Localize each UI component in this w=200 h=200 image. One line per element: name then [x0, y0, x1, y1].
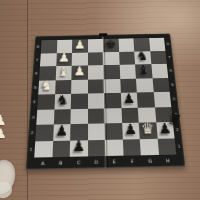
square-g1[interactable] [140, 138, 159, 155]
file-label-C: C [70, 160, 88, 166]
square-e3[interactable] [104, 108, 121, 124]
piece-white-bishop-b6[interactable]: ♝ [55, 64, 71, 78]
square-d1[interactable] [87, 139, 105, 156]
square-d5[interactable] [88, 79, 104, 94]
file-label-E: E [105, 159, 123, 165]
rank-label-right-4: 4 [170, 92, 179, 107]
piece-black-pawn-f2[interactable]: ♟ [122, 121, 140, 137]
piece-black-knight-b4[interactable]: ♞ [54, 92, 71, 107]
square-d8[interactable] [88, 39, 104, 52]
square-a1[interactable] [34, 140, 52, 157]
piece-black-bishop-g6[interactable]: ♝ [135, 62, 152, 76]
square-e7[interactable] [103, 52, 119, 66]
rank-label-left-1: 1 [27, 141, 36, 158]
square-f7[interactable] [119, 51, 135, 65]
piece-white-pawn-c8[interactable]: ♟ [72, 38, 88, 51]
piece-white-pawn-b7[interactable]: ♟ [56, 51, 72, 65]
square-c6[interactable]: ♟ [71, 65, 87, 79]
square-g2[interactable]: ♛ [139, 122, 157, 138]
square-g4[interactable] [137, 92, 155, 107]
square-a7[interactable] [40, 53, 56, 67]
piece-black-pawn-b2[interactable]: ♟ [53, 122, 71, 138]
file-label-F: F [123, 159, 141, 165]
square-e2[interactable] [105, 123, 123, 139]
rank-label-left-8: 8 [34, 40, 41, 53]
piece-black-knight-g7[interactable]: ♞ [134, 49, 151, 63]
square-c8[interactable]: ♟ [72, 39, 88, 52]
square-b6[interactable]: ♝ [55, 66, 71, 80]
square-h1[interactable] [157, 138, 176, 155]
square-e8[interactable]: ♚ [103, 39, 119, 52]
rank-label-left-3: 3 [29, 109, 37, 125]
square-c3[interactable] [70, 108, 87, 124]
square-c5[interactable] [71, 79, 87, 94]
square-g5[interactable] [136, 78, 153, 93]
square-a4[interactable] [37, 94, 54, 109]
square-h5[interactable] [152, 78, 170, 93]
piece-white-knight-a5[interactable]: ♞ [38, 78, 55, 93]
square-b1[interactable] [52, 140, 70, 157]
square-a2[interactable] [35, 124, 53, 140]
square-c1[interactable]: ♟ [70, 140, 88, 157]
file-label-H: H [159, 158, 177, 164]
rank-label-right-7: 7 [165, 50, 173, 63]
table-scene: ♟♚♟♞♝♟♝♞♞♟♟♟♛♟♟ ABCDEFGH 87654321 876543… [0, 0, 200, 200]
captured-white-piece-2[interactable]: ♟ [0, 127, 7, 140]
rank-label-left-7: 7 [33, 53, 41, 66]
square-d2[interactable] [87, 123, 104, 139]
square-g6[interactable]: ♝ [135, 64, 152, 78]
square-c4[interactable] [71, 94, 88, 109]
chess-board[interactable]: ♟♚♟♞♝♟♝♞♞♟♟♟♛♟♟ ABCDEFGH 87654321 876543… [26, 34, 185, 170]
square-e6[interactable] [103, 65, 119, 79]
piece-white-queen-g2[interactable]: ♛ [139, 120, 157, 136]
square-f6[interactable] [119, 64, 136, 78]
rank-label-right-6: 6 [167, 64, 175, 78]
square-e5[interactable] [104, 79, 121, 94]
square-d4[interactable] [88, 93, 105, 108]
square-d7[interactable] [88, 52, 104, 66]
square-h8[interactable] [149, 38, 166, 51]
captured-white-piece-1[interactable]: ♟ [0, 113, 7, 127]
square-b4[interactable]: ♞ [54, 94, 71, 109]
rank-label-left-2: 2 [28, 125, 36, 141]
file-label-G: G [141, 158, 159, 164]
square-e1[interactable] [105, 139, 123, 156]
piece-black-pawn-c1[interactable]: ♟ [70, 138, 88, 155]
square-a3[interactable] [36, 109, 54, 125]
rank-label-left-4: 4 [30, 95, 38, 110]
square-f1[interactable] [122, 139, 140, 156]
square-h4[interactable] [153, 92, 171, 107]
file-label-D: D [87, 159, 105, 165]
rank-label-right-1: 1 [175, 138, 184, 155]
file-label-B: B [52, 160, 70, 166]
rank-label-right-5: 5 [168, 77, 176, 91]
square-f8[interactable] [118, 38, 134, 51]
square-h7[interactable] [150, 51, 167, 65]
wood-plank-seam [27, 0, 28, 200]
piece-black-king-e8[interactable]: ♚ [103, 37, 119, 50]
square-f4[interactable]: ♟ [120, 92, 137, 107]
file-label-A: A [34, 160, 52, 166]
piece-white-pawn-c6[interactable]: ♟ [71, 64, 87, 78]
square-d3[interactable] [88, 108, 105, 124]
square-a5[interactable]: ♞ [38, 80, 55, 95]
square-d6[interactable] [88, 65, 104, 79]
board-clasp [99, 33, 107, 36]
square-a8[interactable] [41, 40, 57, 53]
square-h6[interactable] [151, 64, 168, 78]
piece-black-pawn-f4[interactable]: ♟ [120, 91, 137, 106]
square-e4[interactable] [104, 93, 121, 108]
square-f2[interactable]: ♟ [122, 123, 140, 139]
square-b2[interactable]: ♟ [53, 124, 71, 140]
rank-label-right-8: 8 [164, 38, 172, 51]
